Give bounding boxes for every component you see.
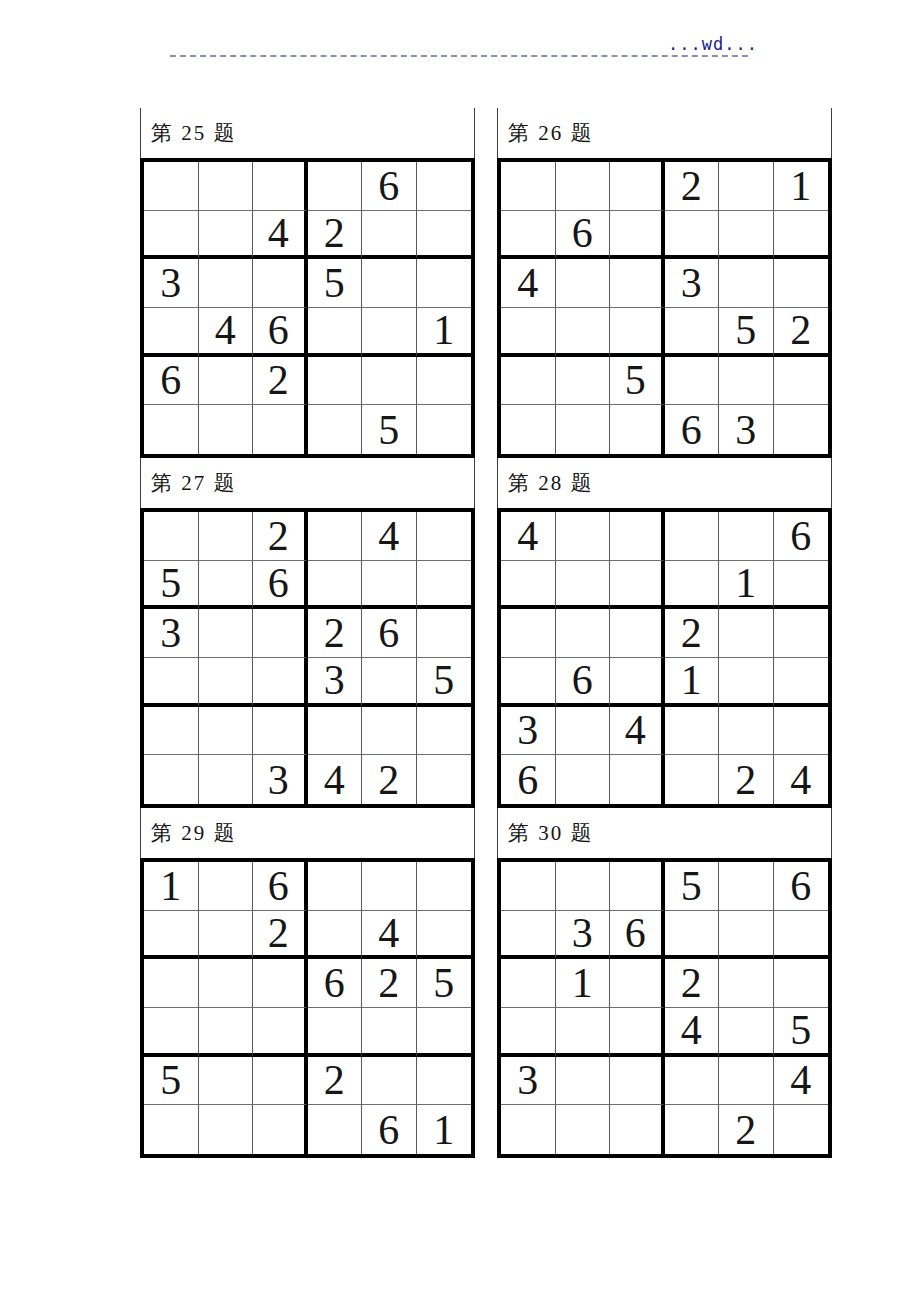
cell-r2c5-given: 4: [362, 911, 417, 960]
cell-r6c5-given: 5: [362, 405, 417, 454]
cell-r3c2-empty: [199, 959, 254, 1008]
cell-r1c2-empty: [199, 862, 254, 911]
cell-r6c3-empty: [253, 405, 308, 454]
cell-r1c2-empty: [199, 512, 254, 561]
cell-r6c6-empty: [417, 405, 472, 454]
cell-r2c2-given: 3: [556, 911, 611, 960]
cell-r4c1-empty: [501, 1008, 556, 1057]
cell-r6c2-empty: [556, 1105, 611, 1154]
cell-r2c6-empty: [417, 911, 472, 960]
cell-r4c5-given: 5: [719, 308, 774, 357]
cell-r3c4-given: 6: [308, 959, 363, 1008]
cell-r4c2-given: 6: [556, 658, 611, 707]
cell-r4c4-empty: [308, 1008, 363, 1057]
puzzle-column-left: 第 25 题64235461625第 27 题245632635342第 29 …: [140, 108, 475, 1158]
puzzle-title-29: 第 29 题: [140, 808, 475, 858]
cell-r6c1-empty: [144, 1105, 199, 1154]
cell-r5c3-empty: [253, 1057, 308, 1106]
cell-r2c2-empty: [199, 561, 254, 610]
cell-r6c1-empty: [144, 405, 199, 454]
cell-r1c5-empty: [719, 862, 774, 911]
cell-r5c4-empty: [665, 357, 720, 406]
cell-r3c5-empty: [362, 259, 417, 308]
cell-r1c4-given: 2: [665, 162, 720, 211]
sudoku-grid-25: 64235461625: [140, 158, 475, 458]
cell-r3c3-empty: [253, 259, 308, 308]
cell-r4c2-empty: [199, 1008, 254, 1057]
cell-r3c3-empty: [253, 609, 308, 658]
cell-r4c5-empty: [719, 658, 774, 707]
cell-r1c5-empty: [719, 162, 774, 211]
cell-r4c3-empty: [253, 658, 308, 707]
cell-r6c4-empty: [665, 755, 720, 804]
cell-r2c3-given: 6: [610, 911, 665, 960]
cell-r1c4-given: 5: [665, 862, 720, 911]
cell-r3c1-empty: [144, 959, 199, 1008]
cell-r2c1-empty: [501, 561, 556, 610]
cell-r3c5-given: 2: [362, 959, 417, 1008]
cell-r3c2-empty: [556, 259, 611, 308]
cell-r1c1-given: 1: [144, 862, 199, 911]
cell-r5c6-empty: [417, 707, 472, 756]
cell-r3c5-empty: [719, 259, 774, 308]
cell-r5c4-empty: [665, 1057, 720, 1106]
cell-r5c5-empty: [362, 707, 417, 756]
cell-r1c3-given: 6: [253, 862, 308, 911]
cell-r1c5-empty: [719, 512, 774, 561]
cell-r3c2-empty: [556, 609, 611, 658]
cell-r5c2-empty: [199, 1057, 254, 1106]
cell-r3c4-given: 2: [308, 609, 363, 658]
cell-r5c6-empty: [417, 1057, 472, 1106]
sudoku-grid-29: 16246255261: [140, 858, 475, 1158]
cell-r2c1-empty: [144, 211, 199, 260]
cell-r3c1-given: 3: [144, 259, 199, 308]
puzzle-title-27: 第 27 题: [140, 458, 475, 508]
puzzle-29: 第 29 题16246255261: [140, 808, 475, 1158]
cell-r2c3-empty: [610, 211, 665, 260]
cell-r1c1-empty: [144, 512, 199, 561]
cell-r4c3-given: 6: [253, 308, 308, 357]
cell-r2c3-empty: [610, 561, 665, 610]
cell-r1c4-empty: [308, 862, 363, 911]
cell-r3c2-empty: [199, 609, 254, 658]
cell-r2c5-empty: [362, 211, 417, 260]
cell-r5c5-empty: [719, 357, 774, 406]
cell-r2c4-empty: [665, 911, 720, 960]
cell-r1c6-given: 6: [774, 862, 829, 911]
cell-r6c3-empty: [610, 755, 665, 804]
sudoku-grid-30: 56361245342: [497, 858, 832, 1158]
cell-r4c2-given: 4: [199, 308, 254, 357]
cell-r2c3-given: 2: [253, 911, 308, 960]
cell-r2c5-given: 1: [719, 561, 774, 610]
cell-r6c5-given: 6: [362, 1105, 417, 1154]
cell-r4c6-given: 5: [774, 1008, 829, 1057]
cell-r5c2-empty: [199, 357, 254, 406]
sudoku-grid-28: 46126134624: [497, 508, 832, 808]
cell-r1c2-empty: [199, 162, 254, 211]
cell-r1c6-given: 1: [774, 162, 829, 211]
cell-r2c1-empty: [501, 911, 556, 960]
cell-r6c6-given: 4: [774, 755, 829, 804]
cell-r1c1-empty: [501, 862, 556, 911]
cell-r5c2-empty: [556, 1057, 611, 1106]
cell-r6c3-given: 3: [253, 755, 308, 804]
cell-r1c5-empty: [362, 862, 417, 911]
cell-r5c2-empty: [556, 707, 611, 756]
cell-r2c1-empty: [501, 211, 556, 260]
cell-r5c5-empty: [362, 357, 417, 406]
cell-r6c5-given: 2: [719, 755, 774, 804]
cell-r4c3-empty: [610, 658, 665, 707]
cell-r6c3-empty: [253, 1105, 308, 1154]
cell-r3c1-given: 3: [144, 609, 199, 658]
cell-r1c3-empty: [253, 162, 308, 211]
cell-r5c3-empty: [610, 1057, 665, 1106]
cell-r5c4-empty: [665, 707, 720, 756]
cell-r1c6-empty: [417, 162, 472, 211]
cell-r5c6-empty: [417, 357, 472, 406]
cell-r6c5-given: 2: [719, 1105, 774, 1154]
cell-r6c4-empty: [665, 1105, 720, 1154]
cell-r3c2-given: 1: [556, 959, 611, 1008]
cell-r1c5-given: 6: [362, 162, 417, 211]
cell-r5c1-given: 3: [501, 1057, 556, 1106]
cell-r1c1-empty: [144, 162, 199, 211]
cell-r3c6-empty: [417, 259, 472, 308]
cell-r4c3-empty: [610, 1008, 665, 1057]
cell-r3c5-empty: [719, 959, 774, 1008]
cell-r2c4-empty: [308, 911, 363, 960]
cell-r6c6-empty: [774, 405, 829, 454]
cell-r4c5-empty: [719, 1008, 774, 1057]
cell-r5c3-given: 4: [610, 707, 665, 756]
cell-r3c5-empty: [719, 609, 774, 658]
cell-r2c6-empty: [417, 561, 472, 610]
puzzle-title-26: 第 26 题: [497, 108, 832, 158]
cell-r2c5-empty: [362, 561, 417, 610]
cell-r1c2-empty: [556, 162, 611, 211]
cell-r2c4-given: 2: [308, 211, 363, 260]
puzzle-column-right: 第 26 题2164352563第 28 题46126134624第 30 题5…: [497, 108, 832, 1158]
cell-r3c6-empty: [774, 259, 829, 308]
cell-r1c4-empty: [308, 512, 363, 561]
cell-r2c4-empty: [665, 211, 720, 260]
puzzle-25: 第 25 题64235461625: [140, 108, 475, 458]
cell-r4c1-empty: [144, 1008, 199, 1057]
cell-r6c2-empty: [199, 405, 254, 454]
cell-r1c6-empty: [417, 862, 472, 911]
cell-r6c5-given: 2: [362, 755, 417, 804]
cell-r2c3-given: 6: [253, 561, 308, 610]
cell-r1c6-given: 6: [774, 512, 829, 561]
cell-r2c2-empty: [199, 211, 254, 260]
cell-r5c6-empty: [774, 357, 829, 406]
cell-r4c5-empty: [362, 658, 417, 707]
cell-r5c1-given: 5: [144, 1057, 199, 1106]
cell-r6c4-empty: [308, 1105, 363, 1154]
puzzle-title-25: 第 25 题: [140, 108, 475, 158]
cell-r4c6-given: 1: [417, 308, 472, 357]
cell-r3c6-empty: [774, 609, 829, 658]
cell-r2c1-given: 5: [144, 561, 199, 610]
cell-r5c1-empty: [144, 707, 199, 756]
cell-r6c3-empty: [610, 1105, 665, 1154]
header-divider-line: [170, 55, 748, 57]
cell-r5c3-given: 5: [610, 357, 665, 406]
cell-r4c1-empty: [144, 308, 199, 357]
cell-r3c2-empty: [199, 259, 254, 308]
cell-r4c5-empty: [362, 1008, 417, 1057]
cell-r3c1-given: 4: [501, 259, 556, 308]
cell-r3c4-given: 3: [665, 259, 720, 308]
cell-r6c5-given: 3: [719, 405, 774, 454]
cell-r1c3-empty: [610, 162, 665, 211]
cell-r4c4-given: 3: [308, 658, 363, 707]
cell-r6c1-empty: [501, 405, 556, 454]
cell-r5c1-empty: [501, 357, 556, 406]
cell-r4c3-empty: [253, 1008, 308, 1057]
cell-r4c3-empty: [610, 308, 665, 357]
cell-r2c6-empty: [774, 211, 829, 260]
cell-r2c2-given: 6: [556, 211, 611, 260]
cell-r1c4-empty: [308, 162, 363, 211]
cell-r2c1-empty: [144, 911, 199, 960]
cell-r6c2-empty: [556, 405, 611, 454]
cell-r4c6-empty: [774, 658, 829, 707]
cell-r5c2-empty: [199, 707, 254, 756]
cell-r3c1-empty: [501, 609, 556, 658]
cell-r6c2-empty: [199, 755, 254, 804]
cell-r4c2-empty: [556, 1008, 611, 1057]
cell-r6c4-given: 6: [665, 405, 720, 454]
cell-r5c4-empty: [308, 357, 363, 406]
cell-r1c1-empty: [501, 162, 556, 211]
cell-r3c6-empty: [417, 609, 472, 658]
sudoku-grid-27: 245632635342: [140, 508, 475, 808]
cell-r4c1-empty: [144, 658, 199, 707]
cell-r3c4-given: 2: [665, 609, 720, 658]
worksheet-page: ...wd... 第 25 题64235461625第 27 题24563263…: [0, 0, 920, 1302]
cell-r6c2-empty: [199, 1105, 254, 1154]
cell-r1c5-given: 4: [362, 512, 417, 561]
cell-r1c3-empty: [610, 862, 665, 911]
cell-r4c6-given: 5: [417, 658, 472, 707]
cell-r4c5-empty: [362, 308, 417, 357]
cell-r3c3-empty: [610, 959, 665, 1008]
cell-r5c3-given: 2: [253, 357, 308, 406]
watermark-text: ...wd...: [668, 34, 758, 54]
cell-r2c4-empty: [665, 561, 720, 610]
cell-r5c6-empty: [774, 707, 829, 756]
cell-r1c3-given: 2: [253, 512, 308, 561]
cell-r3c3-empty: [253, 959, 308, 1008]
cell-r6c1-empty: [144, 755, 199, 804]
cell-r1c2-empty: [556, 512, 611, 561]
puzzle-30: 第 30 题56361245342: [497, 808, 832, 1158]
cell-r3c4-given: 5: [308, 259, 363, 308]
cell-r2c3-given: 4: [253, 211, 308, 260]
cell-r3c5-given: 6: [362, 609, 417, 658]
sudoku-grid-26: 2164352563: [497, 158, 832, 458]
cell-r6c6-empty: [774, 1105, 829, 1154]
cell-r2c5-empty: [719, 211, 774, 260]
cell-r5c5-empty: [362, 1057, 417, 1106]
puzzle-26: 第 26 题2164352563: [497, 108, 832, 458]
cell-r6c4-empty: [308, 405, 363, 454]
cell-r4c4-given: 4: [665, 1008, 720, 1057]
cell-r4c6-empty: [417, 1008, 472, 1057]
cell-r6c2-empty: [556, 755, 611, 804]
puzzle-title-28: 第 28 题: [497, 458, 832, 508]
puzzle-title-30: 第 30 题: [497, 808, 832, 858]
cell-r2c4-empty: [308, 561, 363, 610]
cell-r3c6-given: 5: [417, 959, 472, 1008]
cell-r5c4-empty: [308, 707, 363, 756]
cell-r5c6-given: 4: [774, 1057, 829, 1106]
cell-r4c4-empty: [308, 308, 363, 357]
cell-r4c4-empty: [665, 308, 720, 357]
cell-r4c2-empty: [199, 658, 254, 707]
cell-r4c1-empty: [501, 658, 556, 707]
cell-r2c5-empty: [719, 911, 774, 960]
cell-r5c3-empty: [253, 707, 308, 756]
cell-r3c3-empty: [610, 609, 665, 658]
cell-r6c4-given: 4: [308, 755, 363, 804]
cell-r6c1-empty: [501, 1105, 556, 1154]
cell-r5c4-given: 2: [308, 1057, 363, 1106]
cell-r4c2-empty: [556, 308, 611, 357]
cell-r6c3-empty: [610, 405, 665, 454]
cell-r2c2-empty: [556, 561, 611, 610]
cell-r4c1-empty: [501, 308, 556, 357]
cell-r1c3-empty: [610, 512, 665, 561]
cell-r5c5-empty: [719, 1057, 774, 1106]
cell-r6c6-given: 1: [417, 1105, 472, 1154]
cell-r2c6-empty: [774, 561, 829, 610]
cell-r2c6-empty: [417, 211, 472, 260]
cell-r5c1-given: 6: [144, 357, 199, 406]
cell-r3c6-empty: [774, 959, 829, 1008]
cell-r1c1-given: 4: [501, 512, 556, 561]
cell-r3c4-given: 2: [665, 959, 720, 1008]
puzzle-27: 第 27 题245632635342: [140, 458, 475, 808]
puzzle-28: 第 28 题46126134624: [497, 458, 832, 808]
cell-r4c4-given: 1: [665, 658, 720, 707]
cell-r1c6-empty: [417, 512, 472, 561]
cell-r2c2-empty: [199, 911, 254, 960]
cell-r5c2-empty: [556, 357, 611, 406]
cell-r3c3-empty: [610, 259, 665, 308]
cell-r3c1-empty: [501, 959, 556, 1008]
cell-r1c4-empty: [665, 512, 720, 561]
cell-r6c6-empty: [417, 755, 472, 804]
cell-r6c1-given: 6: [501, 755, 556, 804]
cell-r4c6-given: 2: [774, 308, 829, 357]
cell-r5c1-given: 3: [501, 707, 556, 756]
cell-r1c2-empty: [556, 862, 611, 911]
cell-r2c6-empty: [774, 911, 829, 960]
cell-r5c5-empty: [719, 707, 774, 756]
